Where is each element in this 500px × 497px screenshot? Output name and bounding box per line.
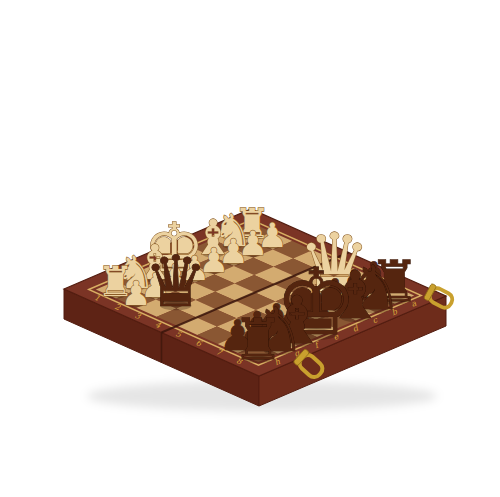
product-photo: chess 12345678abcdefgh♜♞♟♝♟♟♚♟♝♟♞♟♛♟♜♟♟♜… (0, 0, 500, 497)
chess-set: 12345678abcdefgh♜♞♟♝♟♟♚♟♝♟♞♟♛♟♜♟♟♜♟♛♟♞♟♝… (0, 0, 500, 497)
piece-black-rook-h8: ♜ (232, 306, 283, 372)
piece-black-queen-g3: ♛ (144, 240, 207, 323)
